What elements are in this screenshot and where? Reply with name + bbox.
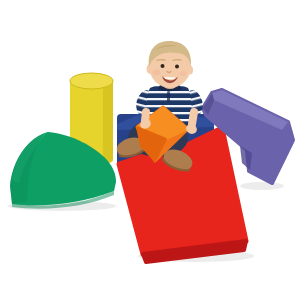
toddler-right-eye — [175, 65, 179, 69]
yellow-cylinder-top — [70, 73, 113, 89]
toddler-right-forearm — [192, 112, 194, 124]
toddler-left-cheek — [153, 70, 161, 76]
shadow-purple-block — [240, 182, 284, 190]
yellow-cylinder-shade — [103, 82, 113, 163]
toddler-shirt-placket — [167, 91, 170, 102]
product-photo — [0, 0, 300, 300]
toddler-right-cheek — [180, 71, 187, 77]
toddler-left-eye — [161, 64, 165, 68]
foam-blocks-scene — [0, 0, 300, 300]
